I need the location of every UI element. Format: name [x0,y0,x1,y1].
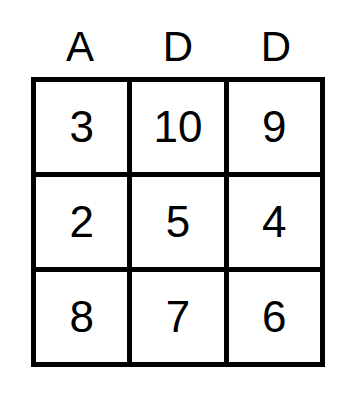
column-label-3: D [227,26,325,77]
grid-cell-r2c2: 5 [132,177,223,267]
grid-cell-r1c2: 10 [132,82,223,172]
grid-cell-r3c1: 8 [36,272,127,362]
column-label-1: A [31,26,129,77]
column-label-2: D [129,26,227,77]
grid-cell-r1c1: 3 [36,82,127,172]
number-grid: 3 10 9 2 5 4 8 7 6 [31,77,325,367]
grid-cell-r3c3: 6 [229,272,320,362]
grid-cell-r1c3: 9 [229,82,320,172]
puzzle-board: A D D 3 10 9 2 5 4 8 7 6 [31,0,325,367]
column-labels-row: A D D [31,0,325,77]
grid-cell-r3c2: 7 [132,272,223,362]
grid-cell-r2c1: 2 [36,177,127,267]
grid-cell-r2c3: 4 [229,177,320,267]
